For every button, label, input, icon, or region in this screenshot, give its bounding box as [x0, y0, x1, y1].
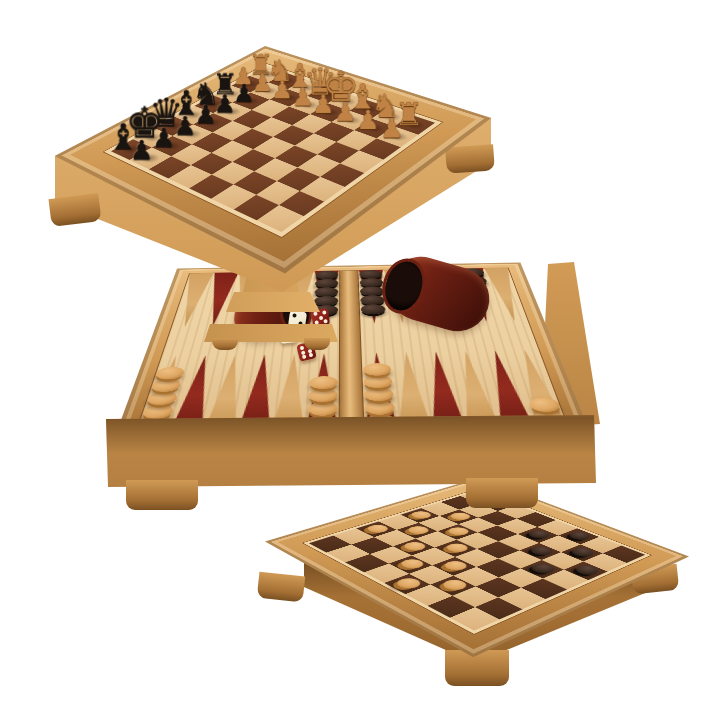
pedestal-foot-right — [304, 338, 330, 350]
chess-piece-black-pawn: ♟ — [214, 93, 236, 115]
chess-piece-white-pawn: ♟ — [271, 79, 293, 101]
checkers-bracket-foot-left — [257, 572, 305, 603]
backgammon-bracket-foot-right — [466, 478, 538, 508]
checker-piece-dark — [565, 530, 593, 541]
die-pip — [322, 311, 327, 316]
checker-piece-light — [400, 540, 430, 552]
checkers-square — [333, 528, 374, 544]
backgammon-field — [135, 268, 569, 434]
backgammon-checker-light — [308, 388, 337, 402]
chess-bracket-foot-left — [48, 193, 101, 227]
backgammon-checker-dark — [361, 304, 386, 314]
chess-piece-white-pawn: ♟ — [356, 109, 379, 133]
die-pip — [309, 353, 314, 358]
backgammon-point-red — [480, 350, 534, 427]
backgammon-checker-light — [155, 367, 186, 380]
chess-bracket-foot-right — [445, 144, 495, 173]
checkers-square — [393, 538, 435, 555]
backgammon-checker-light — [150, 379, 182, 393]
chess-piece-white-pawn: ♟ — [291, 86, 313, 108]
chess-piece-white-pawn: ♟ — [312, 94, 335, 117]
checkers-square — [326, 545, 369, 563]
checker-piece-light — [364, 523, 392, 534]
backgammon-checker-light — [307, 401, 337, 416]
chess-piece-black-pawn: ♟ — [152, 127, 175, 151]
chess-piece-white-pawn: ♟ — [252, 73, 273, 95]
chess-piece-white-pawn: ♟ — [334, 101, 357, 124]
chess-piece-black-pawn: ♟ — [130, 139, 154, 163]
point-triangle — [480, 350, 534, 427]
backgammon-checker-light — [363, 363, 391, 376]
point-triangle — [510, 349, 569, 426]
backgammon-checker-light — [364, 387, 394, 401]
chess-piece-white-pawn: ♟ — [379, 117, 403, 141]
backgammon-checker-light — [365, 400, 396, 415]
product-photo-stage: ♜♞♝♛♚♝♞♜♟♟♟♟♟♟♟♟♜♟♞♟♝♟♛♟♚♟♝♟ — [0, 0, 720, 720]
chess-square: ♟ — [377, 126, 418, 147]
backgammon-bracket-foot-left — [126, 480, 198, 510]
die-pip — [302, 355, 307, 360]
chess-square — [257, 205, 304, 232]
chess-square — [273, 125, 314, 145]
chess-piece-black-pawn: ♟ — [194, 104, 217, 127]
backgammon-checker-light — [309, 376, 338, 389]
pedestal-foot-left — [212, 338, 238, 350]
checker-piece-light — [397, 558, 428, 571]
backgammon-checker-light — [141, 404, 175, 419]
chess-board: ♜♞♝♛♚♝♞♜♟♟♟♟♟♟♟♟♜♟♞♟♝♟♛♟♚♟♝♟ — [55, 46, 492, 273]
backgammon-point-tan — [510, 349, 569, 426]
chess-piece-black-pawn: ♟ — [233, 83, 255, 105]
backgammon-checker-light — [146, 391, 179, 405]
checkers-square — [455, 549, 498, 567]
backgammon-checker-light — [527, 398, 561, 413]
backgammon-checker-light — [364, 375, 393, 388]
chess-piece-black-pawn: ♟ — [174, 115, 197, 138]
